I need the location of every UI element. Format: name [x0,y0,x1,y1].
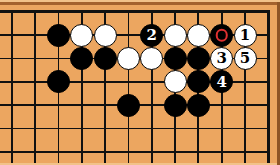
red-circle-marker [215,29,228,42]
move-number-label: 4 [211,71,232,92]
go-diagram: 21354 [0,0,280,165]
move-number-label: 2 [141,25,162,46]
move-number-label: 3 [211,48,232,69]
black-stone [164,94,187,117]
grid-line [0,151,270,153]
board-bevel-bottom [0,163,277,165]
white-stone [117,47,140,70]
black-stone [70,47,93,70]
black-stone [187,94,210,117]
white-stone-move-1: 1 [234,24,257,47]
white-stone [164,70,187,93]
move-number-label: 1 [235,25,256,46]
board-bevel-top-dark [0,2,280,5]
white-stone-move-3: 3 [210,47,233,70]
grid-line [0,128,270,130]
white-stone [70,24,93,47]
white-stone [187,24,210,47]
black-stone [47,24,70,47]
black-stone-move-4: 4 [210,70,233,93]
white-stone [94,24,117,47]
black-stone [164,47,187,70]
black-stone [47,70,70,93]
black-stone [117,94,140,117]
white-stone-move-5: 5 [234,47,257,70]
white-stone [164,24,187,47]
board-bevel-right [277,2,280,165]
black-stone [210,24,233,47]
black-stone-move-2: 2 [140,24,163,47]
black-stone [187,47,210,70]
board-edge-line [0,10,270,13]
white-stone [140,47,163,70]
black-stone [187,70,210,93]
move-number-label: 5 [235,48,256,69]
go-board[interactable]: 21354 [0,0,280,165]
black-stone [94,47,117,70]
